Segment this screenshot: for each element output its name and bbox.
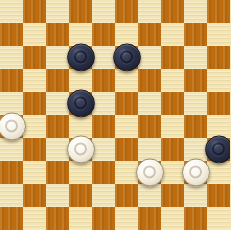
square-7-9 bbox=[207, 161, 230, 184]
square-8-6 bbox=[138, 184, 161, 207]
square-8-9[interactable] bbox=[207, 184, 230, 207]
piece-ring bbox=[120, 50, 134, 64]
square-5-4[interactable] bbox=[92, 115, 115, 138]
white-man[interactable] bbox=[136, 158, 164, 186]
square-5-8[interactable] bbox=[184, 115, 207, 138]
square-9-3 bbox=[69, 207, 92, 230]
white-man[interactable] bbox=[182, 158, 210, 186]
black-man[interactable] bbox=[67, 43, 95, 71]
square-9-7 bbox=[161, 207, 184, 230]
square-9-0[interactable] bbox=[0, 207, 23, 230]
square-8-3[interactable] bbox=[69, 184, 92, 207]
square-6-0 bbox=[0, 138, 23, 161]
square-9-4[interactable] bbox=[92, 207, 115, 230]
square-1-4[interactable] bbox=[92, 23, 115, 46]
white-man[interactable] bbox=[0, 112, 26, 140]
square-0-6 bbox=[138, 0, 161, 23]
square-2-5[interactable] bbox=[115, 46, 138, 69]
square-3-5 bbox=[115, 69, 138, 92]
draughts-board bbox=[0, 0, 230, 230]
square-3-7 bbox=[161, 69, 184, 92]
black-man[interactable] bbox=[205, 135, 231, 163]
square-4-3[interactable] bbox=[69, 92, 92, 115]
square-9-6[interactable] bbox=[138, 207, 161, 230]
square-6-3[interactable] bbox=[69, 138, 92, 161]
square-2-7[interactable] bbox=[161, 46, 184, 69]
square-0-8 bbox=[184, 0, 207, 23]
square-2-1[interactable] bbox=[23, 46, 46, 69]
square-0-4 bbox=[92, 0, 115, 23]
square-4-4 bbox=[92, 92, 115, 115]
square-7-8[interactable] bbox=[184, 161, 207, 184]
square-1-8[interactable] bbox=[184, 23, 207, 46]
square-1-9 bbox=[207, 23, 230, 46]
square-8-5[interactable] bbox=[115, 184, 138, 207]
square-7-0[interactable] bbox=[0, 161, 23, 184]
square-7-4[interactable] bbox=[92, 161, 115, 184]
square-7-1 bbox=[23, 161, 46, 184]
square-4-9[interactable] bbox=[207, 92, 230, 115]
square-0-1[interactable] bbox=[23, 0, 46, 23]
square-9-5 bbox=[115, 207, 138, 230]
square-2-9[interactable] bbox=[207, 46, 230, 69]
square-0-3[interactable] bbox=[69, 0, 92, 23]
square-6-7[interactable] bbox=[161, 138, 184, 161]
white-man[interactable] bbox=[67, 135, 95, 163]
square-1-7 bbox=[161, 23, 184, 46]
square-6-9[interactable] bbox=[207, 138, 230, 161]
square-6-1[interactable] bbox=[23, 138, 46, 161]
square-4-6 bbox=[138, 92, 161, 115]
square-4-8 bbox=[184, 92, 207, 115]
black-man[interactable] bbox=[67, 89, 95, 117]
square-5-0[interactable] bbox=[0, 115, 23, 138]
square-5-1 bbox=[23, 115, 46, 138]
square-7-3 bbox=[69, 161, 92, 184]
square-1-2[interactable] bbox=[46, 23, 69, 46]
square-5-2[interactable] bbox=[46, 115, 69, 138]
square-9-2[interactable] bbox=[46, 207, 69, 230]
square-0-9[interactable] bbox=[207, 0, 230, 23]
square-0-0 bbox=[0, 0, 23, 23]
square-8-0 bbox=[0, 184, 23, 207]
square-4-5[interactable] bbox=[115, 92, 138, 115]
square-2-6 bbox=[138, 46, 161, 69]
square-6-4 bbox=[92, 138, 115, 161]
square-8-1[interactable] bbox=[23, 184, 46, 207]
square-5-7 bbox=[161, 115, 184, 138]
square-8-4 bbox=[92, 184, 115, 207]
square-8-2 bbox=[46, 184, 69, 207]
square-2-0 bbox=[0, 46, 23, 69]
piece-ring bbox=[74, 96, 88, 110]
square-6-5[interactable] bbox=[115, 138, 138, 161]
square-2-8 bbox=[184, 46, 207, 69]
piece-ring bbox=[74, 50, 88, 64]
square-3-8[interactable] bbox=[184, 69, 207, 92]
square-4-1[interactable] bbox=[23, 92, 46, 115]
piece-ring bbox=[5, 119, 19, 133]
square-2-3[interactable] bbox=[69, 46, 92, 69]
square-0-5[interactable] bbox=[115, 0, 138, 23]
square-1-6[interactable] bbox=[138, 23, 161, 46]
square-9-9 bbox=[207, 207, 230, 230]
piece-ring bbox=[74, 142, 88, 156]
square-9-1 bbox=[23, 207, 46, 230]
square-8-8 bbox=[184, 184, 207, 207]
square-0-2 bbox=[46, 0, 69, 23]
piece-ring bbox=[189, 165, 203, 179]
square-3-6[interactable] bbox=[138, 69, 161, 92]
square-5-5 bbox=[115, 115, 138, 138]
square-8-7[interactable] bbox=[161, 184, 184, 207]
square-9-8[interactable] bbox=[184, 207, 207, 230]
square-3-0[interactable] bbox=[0, 69, 23, 92]
square-3-4[interactable] bbox=[92, 69, 115, 92]
square-3-9 bbox=[207, 69, 230, 92]
black-man[interactable] bbox=[113, 43, 141, 71]
square-3-2[interactable] bbox=[46, 69, 69, 92]
square-4-7[interactable] bbox=[161, 92, 184, 115]
piece-ring bbox=[143, 165, 157, 179]
square-0-7[interactable] bbox=[161, 0, 184, 23]
square-7-6[interactable] bbox=[138, 161, 161, 184]
square-1-1 bbox=[23, 23, 46, 46]
square-5-6[interactable] bbox=[138, 115, 161, 138]
square-7-2[interactable] bbox=[46, 161, 69, 184]
square-1-0[interactable] bbox=[0, 23, 23, 46]
square-3-1 bbox=[23, 69, 46, 92]
piece-ring bbox=[212, 142, 226, 156]
